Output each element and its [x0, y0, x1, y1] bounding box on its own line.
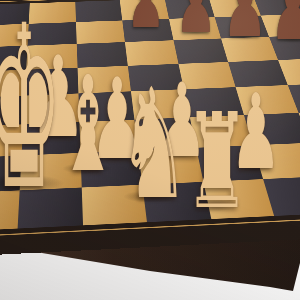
white-king-e1: ♚: [0, 0, 62, 221]
black-pawn-g7: ♟: [222, 0, 267, 51]
white-rook-h1: ♜: [184, 95, 249, 227]
black-pawn-e7: ♟: [127, 0, 165, 39]
black-pawn-h7: ♟: [270, 0, 300, 54]
white-bishop-f1: ♝: [58, 58, 117, 190]
black-pawn-f7: ♟: [175, 0, 216, 45]
white-knight-g1: ♞: [119, 69, 190, 221]
pieces-layer: ♚♟♝♟♞♟♜♟♟♟♟♟: [0, 0, 300, 300]
chess-set-photo: ♚♟♝♟♞♟♜♟♟♟♟♟: [0, 0, 300, 300]
